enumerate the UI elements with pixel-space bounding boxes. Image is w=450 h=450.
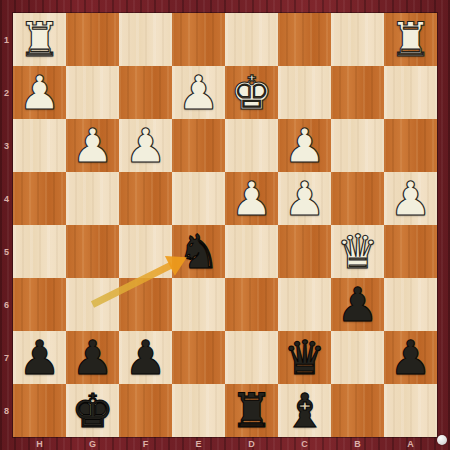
square-b5[interactable]: ♛ [331, 225, 384, 278]
square-e6[interactable] [172, 278, 225, 331]
file-label-g: G [66, 437, 119, 450]
square-b2[interactable] [331, 66, 384, 119]
square-e7[interactable] [172, 331, 225, 384]
square-b4[interactable] [331, 172, 384, 225]
piece-white-queen-b5[interactable]: ♛ [336, 225, 378, 278]
piece-white-rook-a1[interactable]: ♜ [389, 13, 431, 66]
square-f1[interactable] [119, 13, 172, 66]
chess-board[interactable]: ♜♜♟♟♚♟♟♟♟♟♟♞♛♟♟♟♟♛♟♚♜♝ [13, 13, 437, 437]
square-h5[interactable] [13, 225, 66, 278]
square-g1[interactable] [66, 13, 119, 66]
piece-black-pawn-f7[interactable]: ♟ [124, 331, 166, 384]
square-c6[interactable] [278, 278, 331, 331]
square-c8[interactable]: ♝ [278, 384, 331, 437]
square-f7[interactable]: ♟ [119, 331, 172, 384]
square-c5[interactable] [278, 225, 331, 278]
file-label-a: A [384, 437, 437, 450]
file-label-d: D [225, 437, 278, 450]
square-f6[interactable] [119, 278, 172, 331]
square-d4[interactable]: ♟ [225, 172, 278, 225]
square-e1[interactable] [172, 13, 225, 66]
file-label-b: B [331, 437, 384, 450]
piece-black-king-g8[interactable]: ♚ [71, 384, 113, 437]
piece-black-knight-e5[interactable]: ♞ [177, 225, 219, 278]
square-a5[interactable] [384, 225, 437, 278]
square-f4[interactable] [119, 172, 172, 225]
square-h2[interactable]: ♟ [13, 66, 66, 119]
piece-black-pawn-a7[interactable]: ♟ [389, 331, 431, 384]
square-g2[interactable] [66, 66, 119, 119]
rank-label-4: 4 [0, 172, 13, 225]
square-d7[interactable] [225, 331, 278, 384]
piece-black-pawn-g7[interactable]: ♟ [71, 331, 113, 384]
piece-black-queen-c7[interactable]: ♛ [283, 331, 325, 384]
square-d1[interactable] [225, 13, 278, 66]
square-h3[interactable] [13, 119, 66, 172]
square-c4[interactable]: ♟ [278, 172, 331, 225]
square-g3[interactable]: ♟ [66, 119, 119, 172]
rank-label-7: 7 [0, 331, 13, 384]
file-label-e: E [172, 437, 225, 450]
piece-black-pawn-h7[interactable]: ♟ [18, 331, 60, 384]
piece-white-pawn-f3[interactable]: ♟ [124, 119, 166, 172]
square-f2[interactable] [119, 66, 172, 119]
square-d5[interactable] [225, 225, 278, 278]
rank-label-8: 8 [0, 384, 13, 437]
square-h7[interactable]: ♟ [13, 331, 66, 384]
square-d8[interactable]: ♜ [225, 384, 278, 437]
square-f5[interactable] [119, 225, 172, 278]
piece-white-king-d2[interactable]: ♚ [230, 66, 272, 119]
square-c7[interactable]: ♛ [278, 331, 331, 384]
square-a6[interactable] [384, 278, 437, 331]
square-g5[interactable] [66, 225, 119, 278]
rank-label-6: 6 [0, 278, 13, 331]
square-b3[interactable] [331, 119, 384, 172]
square-h1[interactable]: ♜ [13, 13, 66, 66]
square-c1[interactable] [278, 13, 331, 66]
square-e4[interactable] [172, 172, 225, 225]
rank-label-1: 1 [0, 13, 13, 66]
square-a8[interactable] [384, 384, 437, 437]
piece-white-pawn-h2[interactable]: ♟ [18, 66, 60, 119]
square-d6[interactable] [225, 278, 278, 331]
square-g7[interactable]: ♟ [66, 331, 119, 384]
rank-label-3: 3 [0, 119, 13, 172]
square-c2[interactable] [278, 66, 331, 119]
square-b1[interactable] [331, 13, 384, 66]
file-label-f: F [119, 437, 172, 450]
square-h8[interactable] [13, 384, 66, 437]
rank-labels: 12345678 [0, 13, 13, 437]
square-b8[interactable] [331, 384, 384, 437]
square-h4[interactable] [13, 172, 66, 225]
piece-black-pawn-b6[interactable]: ♟ [336, 278, 378, 331]
piece-white-rook-h1[interactable]: ♜ [18, 13, 60, 66]
rank-label-5: 5 [0, 225, 13, 278]
piece-white-pawn-d4[interactable]: ♟ [230, 172, 272, 225]
piece-white-pawn-c4[interactable]: ♟ [283, 172, 325, 225]
piece-white-pawn-a4[interactable]: ♟ [389, 172, 431, 225]
piece-white-pawn-g3[interactable]: ♟ [71, 119, 113, 172]
square-a4[interactable]: ♟ [384, 172, 437, 225]
square-d2[interactable]: ♚ [225, 66, 278, 119]
square-e5[interactable]: ♞ [172, 225, 225, 278]
piece-white-pawn-c3[interactable]: ♟ [283, 119, 325, 172]
square-g4[interactable] [66, 172, 119, 225]
square-e3[interactable] [172, 119, 225, 172]
rank-label-2: 2 [0, 66, 13, 119]
square-e8[interactable] [172, 384, 225, 437]
square-f8[interactable] [119, 384, 172, 437]
square-d3[interactable] [225, 119, 278, 172]
square-g6[interactable] [66, 278, 119, 331]
square-h6[interactable] [13, 278, 66, 331]
square-b6[interactable]: ♟ [331, 278, 384, 331]
square-a7[interactable]: ♟ [384, 331, 437, 384]
square-a1[interactable]: ♜ [384, 13, 437, 66]
file-label-c: C [278, 437, 331, 450]
file-labels: HGFEDCBA [13, 437, 437, 450]
chess-board-window: ♜♜♟♟♚♟♟♟♟♟♟♞♛♟♟♟♟♛♟♚♜♝ 12345678 HGFEDCBA [0, 0, 450, 450]
square-e2[interactable]: ♟ [172, 66, 225, 119]
square-f3[interactable]: ♟ [119, 119, 172, 172]
file-label-h: H [13, 437, 66, 450]
square-c3[interactable]: ♟ [278, 119, 331, 172]
square-b7[interactable] [331, 331, 384, 384]
piece-white-pawn-e2[interactable]: ♟ [177, 66, 219, 119]
square-a3[interactable] [384, 119, 437, 172]
piece-black-rook-d8[interactable]: ♜ [230, 384, 272, 437]
white-to-move-indicator [437, 435, 447, 445]
square-a2[interactable] [384, 66, 437, 119]
piece-black-bishop-c8[interactable]: ♝ [283, 384, 325, 437]
square-g8[interactable]: ♚ [66, 384, 119, 437]
